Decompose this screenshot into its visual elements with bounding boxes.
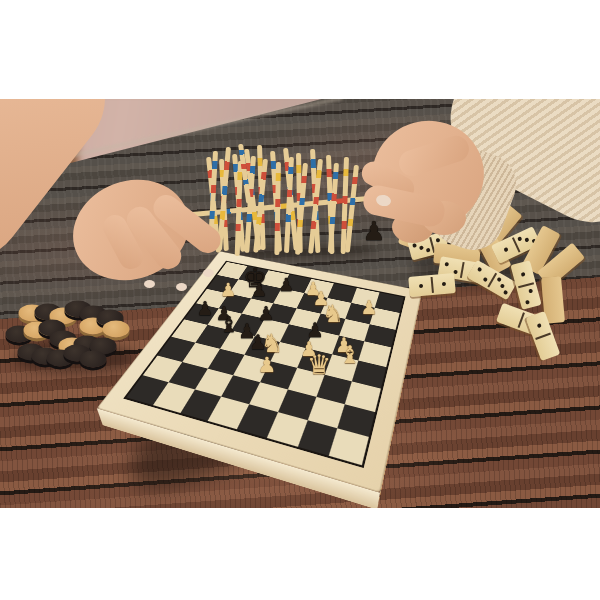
piece-white-bishop-g2[interactable]: ♝ — [339, 343, 361, 367]
piece-white-pawn-b6[interactable]: ♟ — [220, 281, 236, 299]
piece-white-pawn-h6[interactable]: ♟ — [360, 298, 377, 317]
left-index-nail — [203, 269, 214, 277]
piece-black-pawn-d7[interactable]: ♟ — [278, 276, 294, 294]
piece-white-queen-f2[interactable]: ♛ — [307, 351, 331, 378]
piece-black-bishop-b4[interactable]: ♝ — [219, 314, 239, 336]
left-middle-nail — [176, 283, 187, 291]
piece-white-pawn-d2[interactable]: ♟ — [258, 355, 277, 376]
piece-black-pawn-c7[interactable]: ♟ — [251, 281, 267, 299]
photo-frame: ♚♟♟♟♟♟♟♟♟♟♞♝♟♟♟♞♟♟♟♛♝♟ — [0, 0, 600, 600]
left-ring-nail — [144, 280, 155, 288]
piece-white-knight-d3[interactable]: ♞ — [261, 331, 283, 356]
piece-black-pawn-a5[interactable]: ♟ — [196, 299, 213, 318]
piece-black-pawn-d5[interactable]: ♟ — [257, 304, 274, 323]
piece-white-knight-f5[interactable]: ♞ — [322, 302, 344, 326]
piece-black-pawn-held[interactable]: ♟ — [362, 218, 385, 244]
photo: ♚♟♟♟♟♟♟♟♟♟♞♝♟♟♟♞♟♟♟♛♝♟ — [0, 99, 600, 508]
